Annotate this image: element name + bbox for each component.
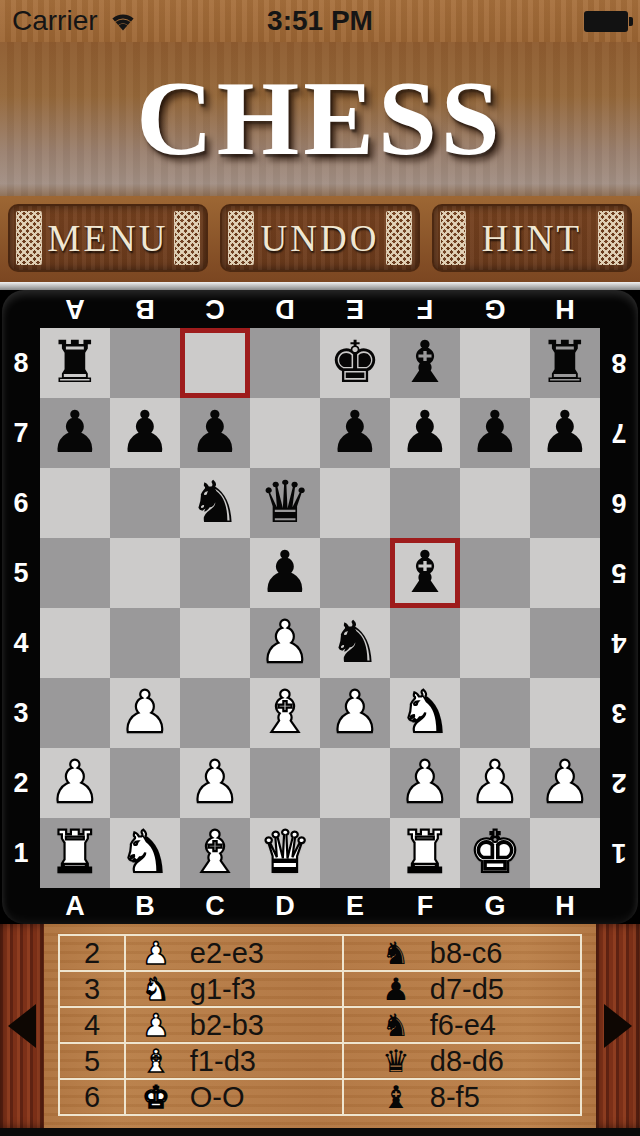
square-e1[interactable] bbox=[320, 818, 390, 888]
file-label-f: F bbox=[390, 888, 460, 924]
square-h1[interactable] bbox=[530, 818, 600, 888]
board-top-edge bbox=[0, 282, 640, 290]
white-move-piece-icon: ♟ bbox=[142, 1009, 170, 1041]
piece-black-pawn: ♟ bbox=[390, 398, 460, 468]
square-g4[interactable] bbox=[460, 608, 530, 678]
square-b5[interactable] bbox=[110, 538, 180, 608]
rank-label-2: 2 bbox=[600, 748, 638, 818]
rank-label-5: 5 bbox=[600, 538, 638, 608]
rank-label-8: 8 bbox=[2, 328, 40, 398]
move-number: 4 bbox=[59, 1007, 125, 1043]
square-a3[interactable] bbox=[40, 678, 110, 748]
white-move-text: e2-e3 bbox=[190, 937, 264, 970]
square-e8[interactable]: ♚ bbox=[320, 328, 390, 398]
square-c2[interactable]: ♟ bbox=[180, 748, 250, 818]
piece-black-knight: ♞ bbox=[180, 468, 250, 538]
square-e7[interactable]: ♟ bbox=[320, 398, 390, 468]
square-h8[interactable]: ♜ bbox=[530, 328, 600, 398]
clock: 3:51 PM bbox=[267, 5, 373, 37]
square-g3[interactable] bbox=[460, 678, 530, 748]
file-label-f: F bbox=[390, 290, 460, 328]
piece-black-pawn: ♟ bbox=[180, 398, 250, 468]
square-d1[interactable]: ♛ bbox=[250, 818, 320, 888]
lace-ornament-icon bbox=[16, 211, 42, 265]
move-row-3[interactable]: 3♞g1-f3♟d7-d5 bbox=[59, 971, 581, 1007]
piece-white-pawn: ♟ bbox=[250, 608, 320, 678]
piece-white-queen: ♛ bbox=[250, 818, 320, 888]
piece-black-pawn: ♟ bbox=[250, 538, 320, 608]
file-label-b: B bbox=[110, 888, 180, 924]
rank-label-6: 6 bbox=[2, 468, 40, 538]
undo-button-label: UNDO bbox=[261, 217, 380, 260]
piece-black-rook: ♜ bbox=[40, 328, 110, 398]
square-e2[interactable] bbox=[320, 748, 390, 818]
rank-label-4: 4 bbox=[600, 608, 638, 678]
white-move-text: f1-d3 bbox=[190, 1045, 256, 1078]
piece-white-pawn: ♟ bbox=[530, 748, 600, 818]
piece-black-bishop: ♝ bbox=[390, 328, 460, 398]
next-move-button[interactable] bbox=[596, 924, 640, 1128]
file-label-g: G bbox=[460, 290, 530, 328]
piece-black-pawn: ♟ bbox=[110, 398, 180, 468]
piece-white-rook: ♜ bbox=[390, 818, 460, 888]
lace-ornament-icon bbox=[440, 211, 466, 265]
square-g2[interactable]: ♟ bbox=[460, 748, 530, 818]
black-move-piece-icon: ♟ bbox=[382, 973, 410, 1005]
square-a1[interactable]: ♜ bbox=[40, 818, 110, 888]
square-a5[interactable] bbox=[40, 538, 110, 608]
square-b2[interactable] bbox=[110, 748, 180, 818]
square-d6[interactable]: ♛ bbox=[250, 468, 320, 538]
file-label-a: A bbox=[40, 290, 110, 328]
square-a4[interactable] bbox=[40, 608, 110, 678]
file-label-b: B bbox=[110, 290, 180, 328]
right-arrow-icon bbox=[604, 1004, 632, 1048]
piece-black-pawn: ♟ bbox=[530, 398, 600, 468]
square-h5[interactable] bbox=[530, 538, 600, 608]
square-a8[interactable]: ♜ bbox=[40, 328, 110, 398]
rank-label-6: 6 bbox=[600, 468, 638, 538]
title-band: CHESS bbox=[0, 42, 640, 196]
square-d8[interactable] bbox=[250, 328, 320, 398]
left-arrow-icon bbox=[8, 1004, 36, 1048]
bottom-edge bbox=[0, 1128, 640, 1136]
battery-icon bbox=[584, 11, 628, 32]
black-move-piece-icon: ♞ bbox=[382, 937, 410, 969]
square-b1[interactable]: ♞ bbox=[110, 818, 180, 888]
undo-button[interactable]: UNDO bbox=[220, 204, 420, 272]
square-f3[interactable]: ♞ bbox=[390, 678, 460, 748]
file-label-e: E bbox=[320, 290, 390, 328]
square-e5[interactable] bbox=[320, 538, 390, 608]
square-b4[interactable] bbox=[110, 608, 180, 678]
square-a7[interactable]: ♟ bbox=[40, 398, 110, 468]
move-row-4[interactable]: 4♟b2-b3♞f6-e4 bbox=[59, 1007, 581, 1043]
move-row-6[interactable]: 6♚O-O♝8-f5 bbox=[59, 1079, 581, 1115]
move-list-table: 2♟e2-e3♞b8-c63♞g1-f3♟d7-d54♟b2-b3♞f6-e45… bbox=[58, 934, 582, 1116]
piece-black-rook: ♜ bbox=[530, 328, 600, 398]
square-d2[interactable] bbox=[250, 748, 320, 818]
chess-board-frame: ABCDEFGH 87654321 ♜♚♝♜♟♟♟♟♟♟♟♞♛♟♝♟♞♟♝♟♞♟… bbox=[2, 290, 638, 924]
square-c1[interactable]: ♝ bbox=[180, 818, 250, 888]
lace-ornament-icon bbox=[598, 211, 624, 265]
square-b6[interactable] bbox=[110, 468, 180, 538]
piece-white-pawn: ♟ bbox=[40, 748, 110, 818]
square-f1[interactable]: ♜ bbox=[390, 818, 460, 888]
piece-white-pawn: ♟ bbox=[110, 678, 180, 748]
lace-ornament-icon bbox=[386, 211, 412, 265]
carrier-label: Carrier bbox=[12, 5, 98, 37]
white-move-piece-icon: ♟ bbox=[142, 937, 170, 969]
piece-black-pawn: ♟ bbox=[40, 398, 110, 468]
square-g7[interactable]: ♟ bbox=[460, 398, 530, 468]
file-label-e: E bbox=[320, 888, 390, 924]
black-move-piece-icon: ♝ bbox=[382, 1081, 410, 1113]
piece-white-bishop: ♝ bbox=[250, 678, 320, 748]
black-move-text: f6-e4 bbox=[430, 1009, 496, 1042]
square-c8[interactable] bbox=[180, 328, 250, 398]
app-screen: Carrier 3:51 PM CHESS MENU UNDO HINT bbox=[0, 0, 640, 1136]
rank-label-1: 1 bbox=[600, 818, 638, 888]
piece-white-pawn: ♟ bbox=[320, 678, 390, 748]
white-move-text: g1-f3 bbox=[190, 973, 256, 1006]
square-d7[interactable] bbox=[250, 398, 320, 468]
square-b3[interactable]: ♟ bbox=[110, 678, 180, 748]
black-move-piece-icon: ♛ bbox=[382, 1045, 410, 1077]
piece-black-king: ♚ bbox=[320, 328, 390, 398]
file-label-h: H bbox=[530, 290, 600, 328]
file-label-d: D bbox=[250, 888, 320, 924]
file-label-d: D bbox=[250, 290, 320, 328]
piece-white-king: ♚ bbox=[460, 818, 530, 888]
move-list-panel: 2♟e2-e3♞b8-c63♞g1-f3♟d7-d54♟b2-b3♞f6-e45… bbox=[0, 924, 640, 1128]
square-a6[interactable] bbox=[40, 468, 110, 538]
piece-black-pawn: ♟ bbox=[320, 398, 390, 468]
page-title: CHESS bbox=[136, 66, 504, 172]
square-b7[interactable]: ♟ bbox=[110, 398, 180, 468]
piece-white-knight: ♞ bbox=[110, 818, 180, 888]
file-label-c: C bbox=[180, 888, 250, 924]
menu-button-label: MENU bbox=[48, 217, 169, 260]
square-f6[interactable] bbox=[390, 468, 460, 538]
square-h6[interactable] bbox=[530, 468, 600, 538]
hint-button-label: HINT bbox=[482, 217, 582, 260]
square-e3[interactable]: ♟ bbox=[320, 678, 390, 748]
piece-white-pawn: ♟ bbox=[390, 748, 460, 818]
chess-board: ♜♚♝♜♟♟♟♟♟♟♟♞♛♟♝♟♞♟♝♟♞♟♟♟♟♟♜♞♝♛♜♚ bbox=[40, 328, 600, 888]
hint-button[interactable]: HINT bbox=[432, 204, 632, 272]
piece-black-queen: ♛ bbox=[250, 468, 320, 538]
square-b8[interactable] bbox=[110, 328, 180, 398]
rank-label-3: 3 bbox=[600, 678, 638, 748]
square-g8[interactable] bbox=[460, 328, 530, 398]
square-h4[interactable] bbox=[530, 608, 600, 678]
rank-label-5: 5 bbox=[2, 538, 40, 608]
square-f8[interactable]: ♝ bbox=[390, 328, 460, 398]
file-label-a: A bbox=[40, 888, 110, 924]
black-move-piece-icon: ♞ bbox=[382, 1009, 410, 1041]
piece-white-bishop: ♝ bbox=[180, 818, 250, 888]
square-f2[interactable]: ♟ bbox=[390, 748, 460, 818]
white-move-text: O-O bbox=[190, 1081, 245, 1114]
file-label-h: H bbox=[530, 888, 600, 924]
move-row-2[interactable]: 2♟e2-e3♞b8-c6 bbox=[59, 935, 581, 971]
rank-labels-right: 87654321 bbox=[600, 328, 638, 888]
white-move-piece-icon: ♚ bbox=[142, 1081, 170, 1113]
square-f4[interactable] bbox=[390, 608, 460, 678]
piece-black-pawn: ♟ bbox=[460, 398, 530, 468]
square-c5[interactable] bbox=[180, 538, 250, 608]
rank-label-7: 7 bbox=[2, 398, 40, 468]
square-h7[interactable]: ♟ bbox=[530, 398, 600, 468]
square-g1[interactable]: ♚ bbox=[460, 818, 530, 888]
square-h2[interactable]: ♟ bbox=[530, 748, 600, 818]
piece-black-knight: ♞ bbox=[320, 608, 390, 678]
rank-label-1: 1 bbox=[2, 818, 40, 888]
rank-labels-left: 87654321 bbox=[2, 328, 40, 888]
white-move-piece-icon: ♝ bbox=[142, 1045, 170, 1077]
move-number: 2 bbox=[59, 935, 125, 971]
white-move-text: b2-b3 bbox=[190, 1009, 264, 1042]
square-e4[interactable]: ♞ bbox=[320, 608, 390, 678]
black-move-text: d7-d5 bbox=[430, 973, 504, 1006]
move-number: 5 bbox=[59, 1043, 125, 1079]
toolbar: MENU UNDO HINT bbox=[0, 196, 640, 282]
piece-white-knight: ♞ bbox=[390, 678, 460, 748]
move-number: 3 bbox=[59, 971, 125, 1007]
square-c7[interactable]: ♟ bbox=[180, 398, 250, 468]
status-bar: Carrier 3:51 PM bbox=[0, 0, 640, 42]
square-c3[interactable] bbox=[180, 678, 250, 748]
rank-label-4: 4 bbox=[2, 608, 40, 678]
square-c6[interactable]: ♞ bbox=[180, 468, 250, 538]
square-g5[interactable] bbox=[460, 538, 530, 608]
black-move-text: 8-f5 bbox=[430, 1081, 480, 1114]
square-g6[interactable] bbox=[460, 468, 530, 538]
rank-label-8: 8 bbox=[600, 328, 638, 398]
black-move-text: d8-d6 bbox=[430, 1045, 504, 1078]
lace-ornament-icon bbox=[174, 211, 200, 265]
square-h3[interactable] bbox=[530, 678, 600, 748]
piece-black-bishop: ♝ bbox=[390, 538, 460, 608]
square-d5[interactable]: ♟ bbox=[250, 538, 320, 608]
piece-white-pawn: ♟ bbox=[180, 748, 250, 818]
piece-white-rook: ♜ bbox=[40, 818, 110, 888]
square-e6[interactable] bbox=[320, 468, 390, 538]
file-label-c: C bbox=[180, 290, 250, 328]
square-a2[interactable]: ♟ bbox=[40, 748, 110, 818]
square-f7[interactable]: ♟ bbox=[390, 398, 460, 468]
square-c4[interactable] bbox=[180, 608, 250, 678]
rank-label-7: 7 bbox=[600, 398, 638, 468]
square-f5[interactable]: ♝ bbox=[390, 538, 460, 608]
black-move-text: b8-c6 bbox=[430, 937, 503, 970]
file-labels-bottom: ABCDEFGH bbox=[2, 888, 638, 924]
lace-ornament-icon bbox=[228, 211, 254, 265]
menu-button[interactable]: MENU bbox=[8, 204, 208, 272]
rank-label-3: 3 bbox=[2, 678, 40, 748]
move-number: 6 bbox=[59, 1079, 125, 1115]
rank-label-2: 2 bbox=[2, 748, 40, 818]
file-labels-top: ABCDEFGH bbox=[2, 290, 638, 328]
square-d3[interactable]: ♝ bbox=[250, 678, 320, 748]
white-move-piece-icon: ♞ bbox=[142, 973, 170, 1005]
move-row-5[interactable]: 5♝f1-d3♛d8-d6 bbox=[59, 1043, 581, 1079]
wifi-icon bbox=[108, 9, 138, 33]
piece-white-pawn: ♟ bbox=[460, 748, 530, 818]
prev-move-button[interactable] bbox=[0, 924, 44, 1128]
square-d4[interactable]: ♟ bbox=[250, 608, 320, 678]
file-label-g: G bbox=[460, 888, 530, 924]
